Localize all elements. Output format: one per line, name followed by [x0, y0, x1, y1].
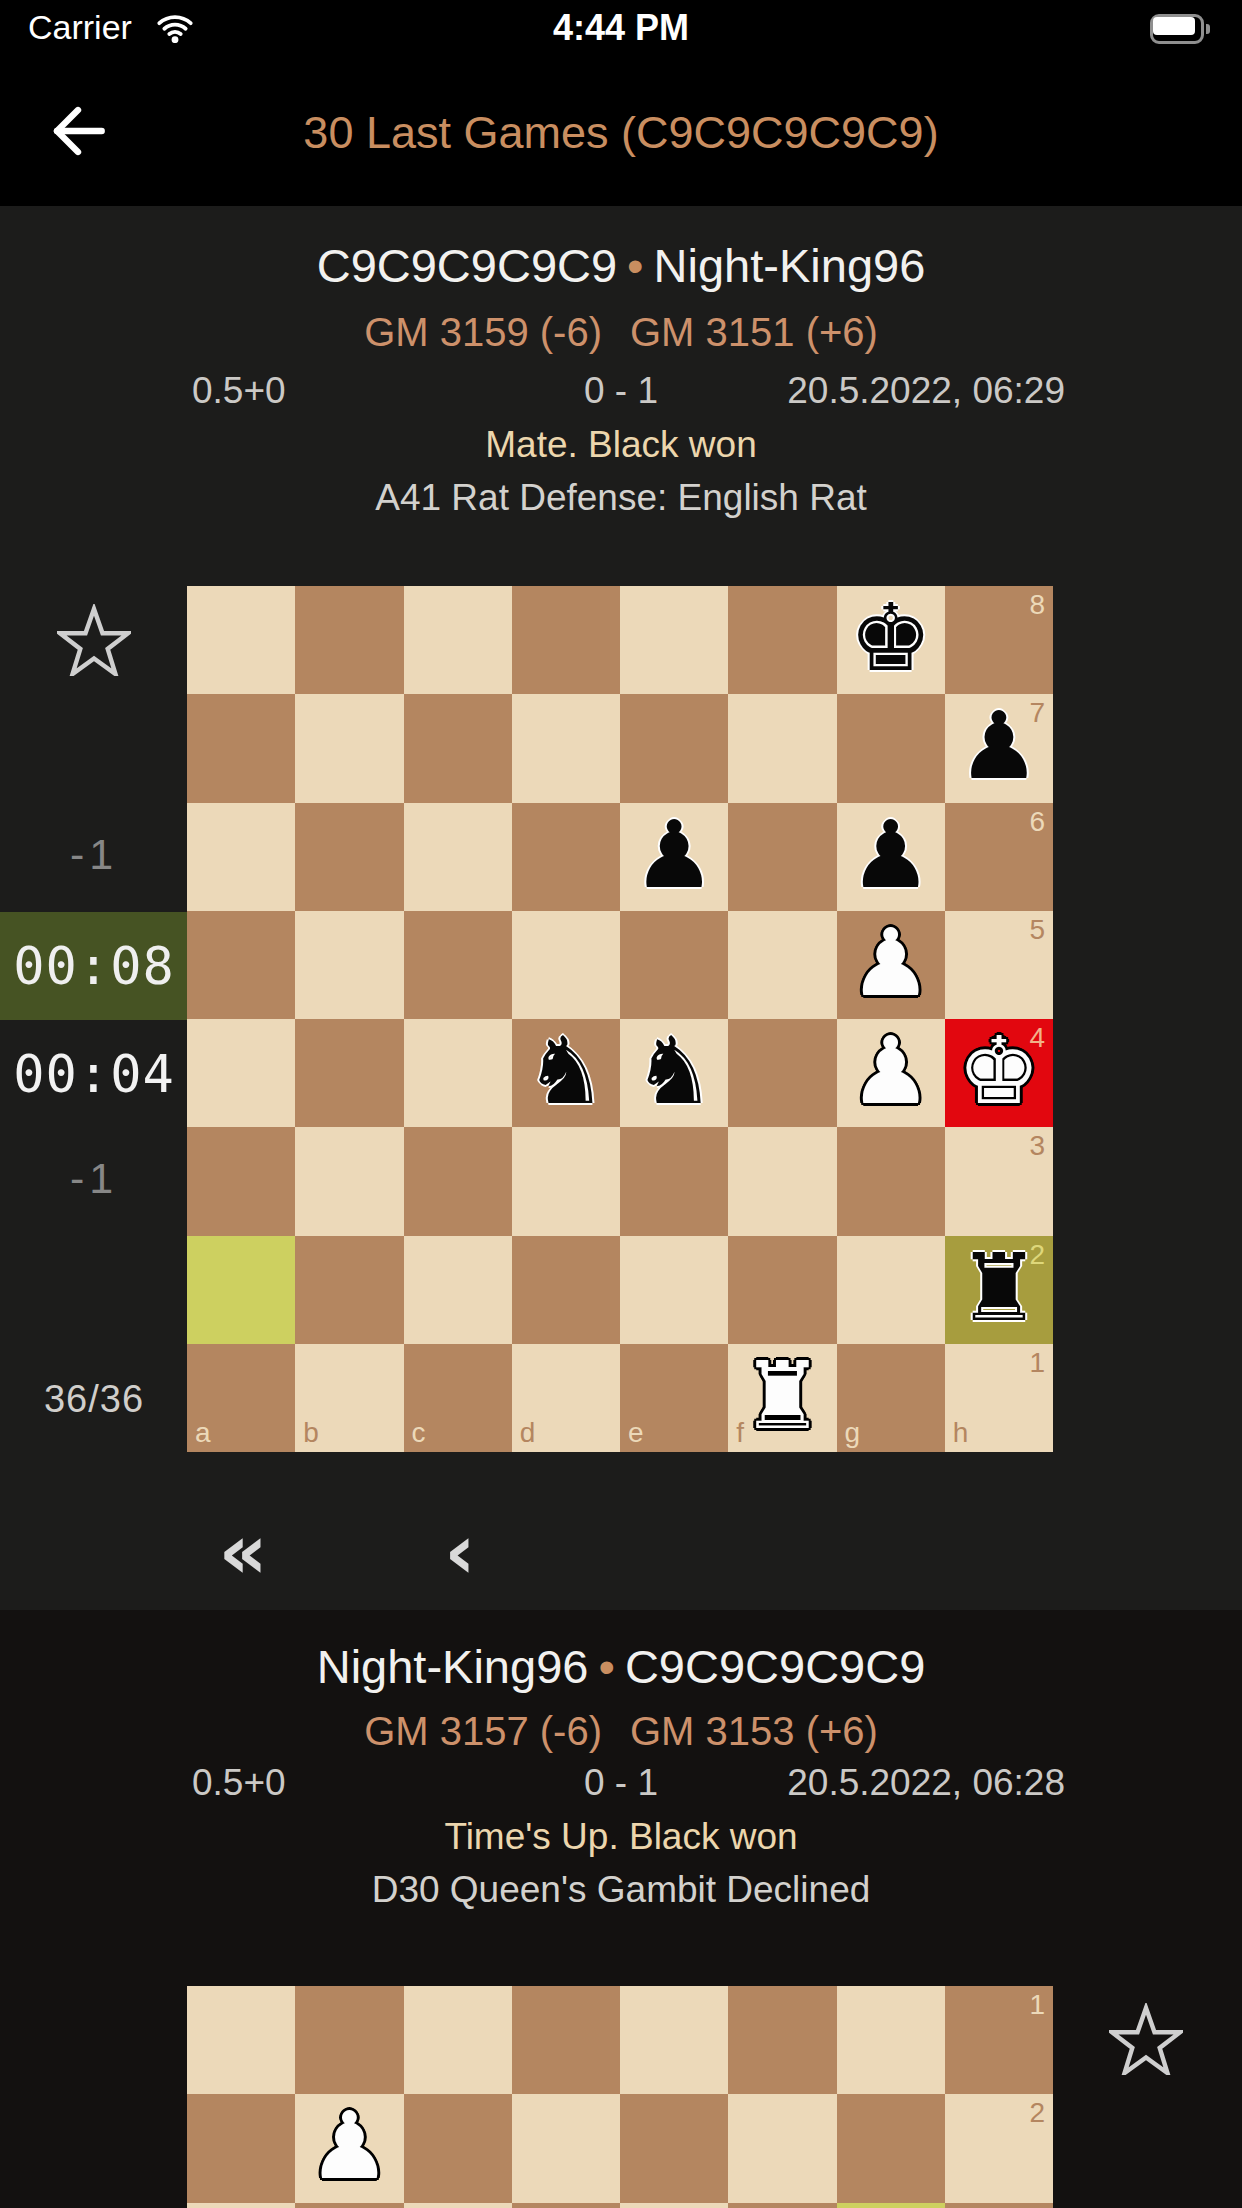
file-label-f: f [736, 1419, 744, 1447]
black-rating: GM 3153 (+6) [616, 1709, 892, 1753]
white-pawn-g4: ♟ [849, 1017, 932, 1125]
meta-row: 0.5+0 0 - 1 20.5.2022, 06:28 [0, 1762, 1242, 1812]
rank-label-6: 6 [1029, 808, 1045, 836]
square-g8[interactable]: ♚ [837, 586, 945, 694]
square-g3[interactable] [295, 2203, 403, 2208]
file-label-g: g [845, 1419, 861, 1447]
square-h6[interactable]: 6 [945, 803, 1053, 911]
game-date: 20.5.2022, 06:29 [787, 370, 1065, 412]
favorite-star-button[interactable] [57, 604, 131, 680]
favorite-star-button[interactable] [1109, 2003, 1183, 2079]
square-b3[interactable] [295, 1127, 403, 1235]
square-b4[interactable] [295, 1019, 403, 1127]
advantage-bottom: -1 [0, 1154, 188, 1203]
game-card-1[interactable]: C9C9C9C9C9•Night-King96 GM 3159 (-6)GM 3… [0, 206, 1242, 1610]
square-g6[interactable]: ♟ [837, 803, 945, 911]
rank-label-1: 1 [1029, 1349, 1045, 1377]
square-d1[interactable] [620, 1986, 728, 2094]
rank-label-4: 4 [1029, 1024, 1045, 1052]
status-bar: Carrier 4:44 PM [0, 0, 1242, 60]
square-b1[interactable]: b [295, 1344, 403, 1452]
square-e3[interactable] [512, 2203, 620, 2208]
chess-board-2[interactable]: 1♟234567hgfedcb8a [187, 1986, 1053, 2208]
clock-time: 4:44 PM [0, 7, 1242, 49]
opening-name: A41 Rat Defense: English Rat [0, 477, 1242, 519]
file-label-h: h [953, 1419, 969, 1447]
file-label-a: a [195, 1419, 211, 1447]
square-b7[interactable] [295, 694, 403, 802]
square-e2[interactable] [512, 2094, 620, 2202]
square-h1[interactable] [187, 1986, 295, 2094]
square-f7[interactable] [728, 694, 836, 802]
square-b2[interactable] [837, 2094, 945, 2202]
square-g1[interactable] [295, 1986, 403, 2094]
clock-black: 00:08 [0, 912, 188, 1020]
black-knight-d4: ♞ [524, 1017, 607, 1125]
square-c2[interactable] [404, 1236, 512, 1344]
square-e1[interactable] [512, 1986, 620, 2094]
meta-row: 0.5+0 0 - 1 20.5.2022, 06:29 [0, 370, 1242, 420]
square-a2[interactable]: 2 [945, 2094, 1053, 2202]
rank-label-8: 8 [1029, 591, 1045, 619]
square-g5[interactable]: ♟ [837, 911, 945, 1019]
square-a3[interactable] [187, 1127, 295, 1235]
opening-name: D30 Queen's Gambit Declined [0, 1869, 1242, 1911]
black-player-name: Night-King96 [654, 239, 926, 292]
white-pawn-g2: ♟ [308, 2092, 391, 2200]
square-c2[interactable] [728, 2094, 836, 2202]
players-line: C9C9C9C9C9•Night-King96 [0, 238, 1242, 293]
battery-icon [1150, 14, 1208, 44]
square-c3[interactable] [728, 2203, 836, 2208]
rank-label-5: 5 [1029, 916, 1045, 944]
clock-white: 00:04 [0, 1020, 188, 1128]
square-d1[interactable]: d [512, 1344, 620, 1452]
white-player-name: C9C9C9C9C9 [317, 239, 617, 292]
square-e2[interactable] [620, 1236, 728, 1344]
square-c1[interactable]: c [404, 1344, 512, 1452]
white-pawn-g5: ♟ [849, 909, 932, 1017]
square-a8[interactable] [187, 586, 295, 694]
white-player-name: Night-King96 [317, 1640, 589, 1693]
square-a4[interactable] [187, 1019, 295, 1127]
square-a3[interactable]: 3 [945, 2203, 1053, 2208]
square-a1[interactable]: a [187, 1344, 295, 1452]
black-pawn-e6: ♟ [632, 801, 715, 909]
square-h1[interactable]: 1h [945, 1344, 1053, 1452]
square-h5[interactable]: 5 [945, 911, 1053, 1019]
step-back-button[interactable]: ‹ [400, 1496, 520, 1606]
white-rook-f1: ♜ [741, 1342, 824, 1450]
square-a6[interactable] [187, 803, 295, 911]
page-title: 30 Last Games (C9C9C9C9C9) [0, 60, 1242, 206]
rank-label-1: 1 [1029, 1991, 1045, 2019]
square-f2[interactable] [404, 2094, 512, 2202]
rank-label-2: 2 [1029, 2099, 1045, 2127]
black-rating: GM 3151 (+6) [616, 310, 892, 354]
jump-to-start-button[interactable]: « [183, 1496, 303, 1606]
square-g7[interactable] [837, 694, 945, 802]
square-d3[interactable] [620, 2203, 728, 2208]
chess-board-1[interactable]: ♚8♟7♟♟6♟5♞♞♟♚43♜2abcde♜fg1h [187, 586, 1053, 1452]
black-king-g8: ♚ [849, 584, 932, 692]
square-d2[interactable] [620, 2094, 728, 2202]
game-date: 20.5.2022, 06:28 [787, 1762, 1065, 1804]
square-e4[interactable]: ♞ [620, 1019, 728, 1127]
square-c7[interactable] [404, 694, 512, 802]
square-e1[interactable]: e [620, 1344, 728, 1452]
square-h7[interactable]: ♟7 [945, 694, 1053, 802]
rank-label-7: 7 [1029, 699, 1045, 727]
square-e7[interactable] [620, 694, 728, 802]
black-knight-e4: ♞ [632, 1017, 715, 1125]
square-h4[interactable]: ♚4 [945, 1019, 1053, 1127]
square-f3[interactable] [404, 2203, 512, 2208]
square-g1[interactable]: g [837, 1344, 945, 1452]
black-rook-h2: ♜ [957, 1234, 1040, 1342]
square-g3[interactable] [837, 1127, 945, 1235]
square-d2[interactable] [512, 1236, 620, 1344]
square-c8[interactable] [404, 586, 512, 694]
square-b3[interactable] [837, 2203, 945, 2208]
square-d3[interactable] [512, 1127, 620, 1235]
square-b6[interactable] [295, 803, 403, 911]
square-f8[interactable] [728, 586, 836, 694]
square-e3[interactable] [620, 1127, 728, 1235]
square-f2[interactable] [728, 1236, 836, 1344]
separator-dot: • [588, 1640, 624, 1693]
square-c5[interactable] [404, 911, 512, 1019]
black-pawn-h7: ♟ [957, 692, 1040, 800]
square-h8[interactable]: 8 [945, 586, 1053, 694]
square-f3[interactable] [728, 1127, 836, 1235]
star-icon [1109, 2003, 1183, 2075]
square-d5[interactable] [512, 911, 620, 1019]
square-a2[interactable] [187, 1236, 295, 1344]
square-f1[interactable] [404, 1986, 512, 2094]
file-label-d: d [520, 1419, 536, 1447]
file-label-e: e [628, 1419, 644, 1447]
rank-label-3: 3 [1029, 1132, 1045, 1160]
square-b5[interactable] [295, 911, 403, 1019]
rank-label-2: 2 [1029, 1241, 1045, 1269]
white-rating: GM 3157 (-6) [350, 1709, 616, 1753]
square-f6[interactable] [728, 803, 836, 911]
square-d6[interactable] [512, 803, 620, 911]
termination-text: Mate. Black won [0, 424, 1242, 466]
square-e5[interactable] [620, 911, 728, 1019]
square-g2[interactable]: ♟ [295, 2094, 403, 2202]
players-line: Night-King96•C9C9C9C9C9 [0, 1639, 1242, 1694]
square-f4[interactable] [728, 1019, 836, 1127]
move-counter: 36/36 [0, 1378, 188, 1421]
square-g4[interactable]: ♟ [837, 1019, 945, 1127]
square-h2[interactable] [187, 2094, 295, 2202]
square-e8[interactable] [620, 586, 728, 694]
file-label-c: c [412, 1419, 426, 1447]
square-a5[interactable] [187, 911, 295, 1019]
white-king-h4: ♚ [957, 1017, 1040, 1125]
square-d4[interactable]: ♞ [512, 1019, 620, 1127]
square-g2[interactable] [837, 1236, 945, 1344]
file-label-b: b [303, 1419, 319, 1447]
square-d8[interactable] [512, 586, 620, 694]
square-c6[interactable] [404, 803, 512, 911]
game-card-2[interactable]: Night-King96•C9C9C9C9C9 GM 3157 (-6)GM 3… [0, 1610, 1242, 2208]
square-b1[interactable] [837, 1986, 945, 2094]
ratings-line: GM 3157 (-6)GM 3153 (+6) [0, 1709, 1242, 1754]
square-f5[interactable] [728, 911, 836, 1019]
app-screen: Carrier 4:44 PM 30 Last Games (C9C9C9C9C… [0, 0, 1242, 2208]
black-pawn-g6: ♟ [849, 801, 932, 909]
white-rating: GM 3159 (-6) [350, 310, 616, 354]
square-c1[interactable] [728, 1986, 836, 2094]
square-h3[interactable] [187, 2203, 295, 2208]
square-c4[interactable] [404, 1019, 512, 1127]
square-b2[interactable] [295, 1236, 403, 1344]
square-h3[interactable]: 3 [945, 1127, 1053, 1235]
ratings-line: GM 3159 (-6)GM 3151 (+6) [0, 310, 1242, 355]
square-f1[interactable]: ♜f [728, 1344, 836, 1452]
square-e6[interactable]: ♟ [620, 803, 728, 911]
nav-bar: 30 Last Games (C9C9C9C9C9) [0, 60, 1242, 206]
termination-text: Time's Up. Black won [0, 1816, 1242, 1858]
square-h2[interactable]: ♜2 [945, 1236, 1053, 1344]
square-a1[interactable]: 1 [945, 1986, 1053, 2094]
separator-dot: • [617, 239, 653, 292]
square-d7[interactable] [512, 694, 620, 802]
star-icon [57, 604, 131, 676]
square-b8[interactable] [295, 586, 403, 694]
black-player-name: C9C9C9C9C9 [625, 1640, 925, 1693]
square-c3[interactable] [404, 1127, 512, 1235]
square-a7[interactable] [187, 694, 295, 802]
advantage-top: -1 [0, 830, 188, 879]
